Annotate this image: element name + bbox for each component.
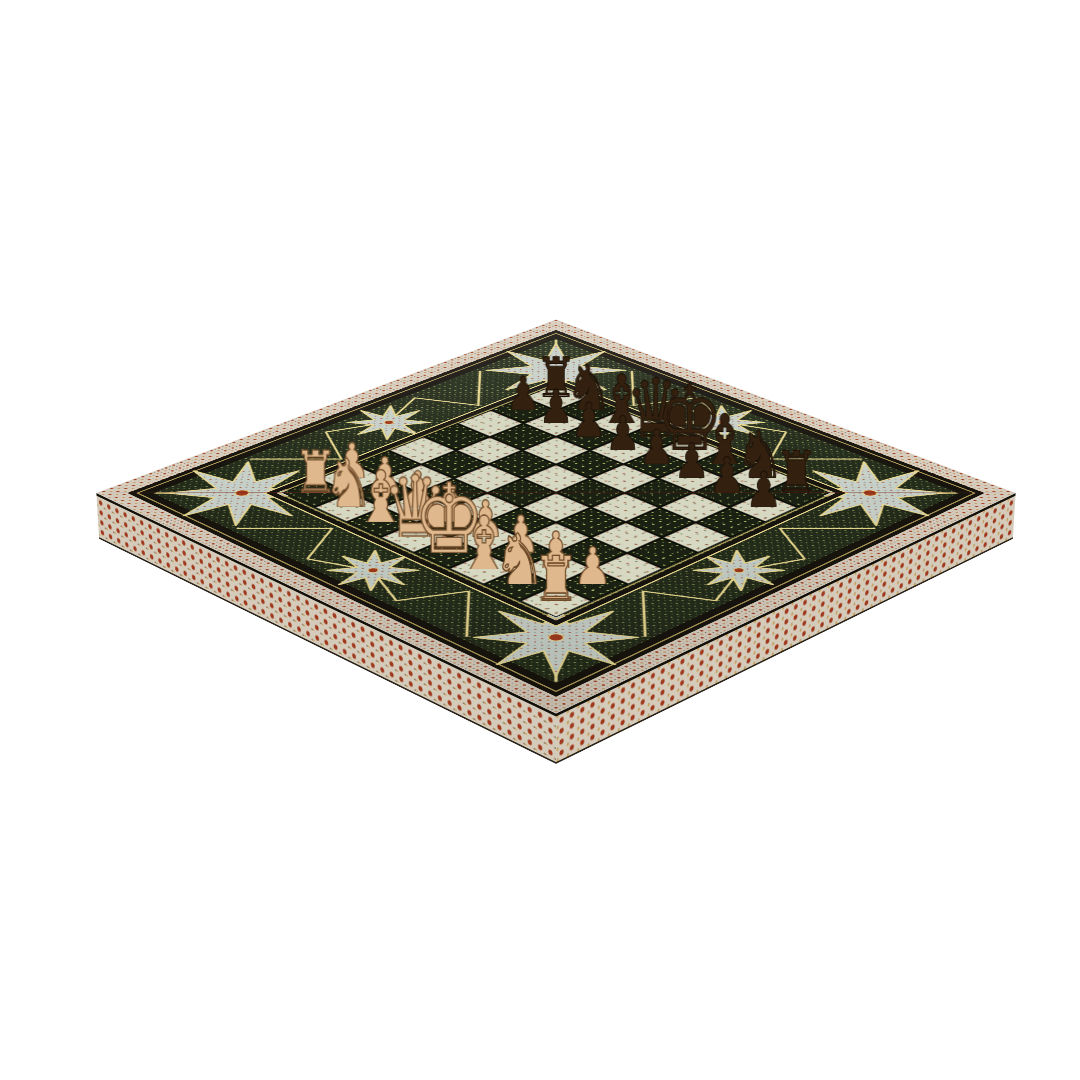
pieces-layer: ♜♞♝♛♚♝♞♜♟♟♟♟♟♟♟♟♟♟♟♟♟♟♟♟♜♞♝♛♚♝♞♜ (96, 319, 1015, 713)
black-pawn-glyph: ♟ (710, 385, 818, 516)
chess-photo-scene: ♜♞♝♛♚♝♞♜♟♟♟♟♟♟♟♟♟♟♟♟♟♟♟♟♜♞♝♛♚♝♞♜ (0, 0, 1080, 1080)
chess-board: ♜♞♝♛♚♝♞♜♟♟♟♟♟♟♟♟♟♟♟♟♟♟♟♟♜♞♝♛♚♝♞♜ (96, 319, 1015, 713)
white-rook-glyph: ♜ (499, 473, 613, 612)
